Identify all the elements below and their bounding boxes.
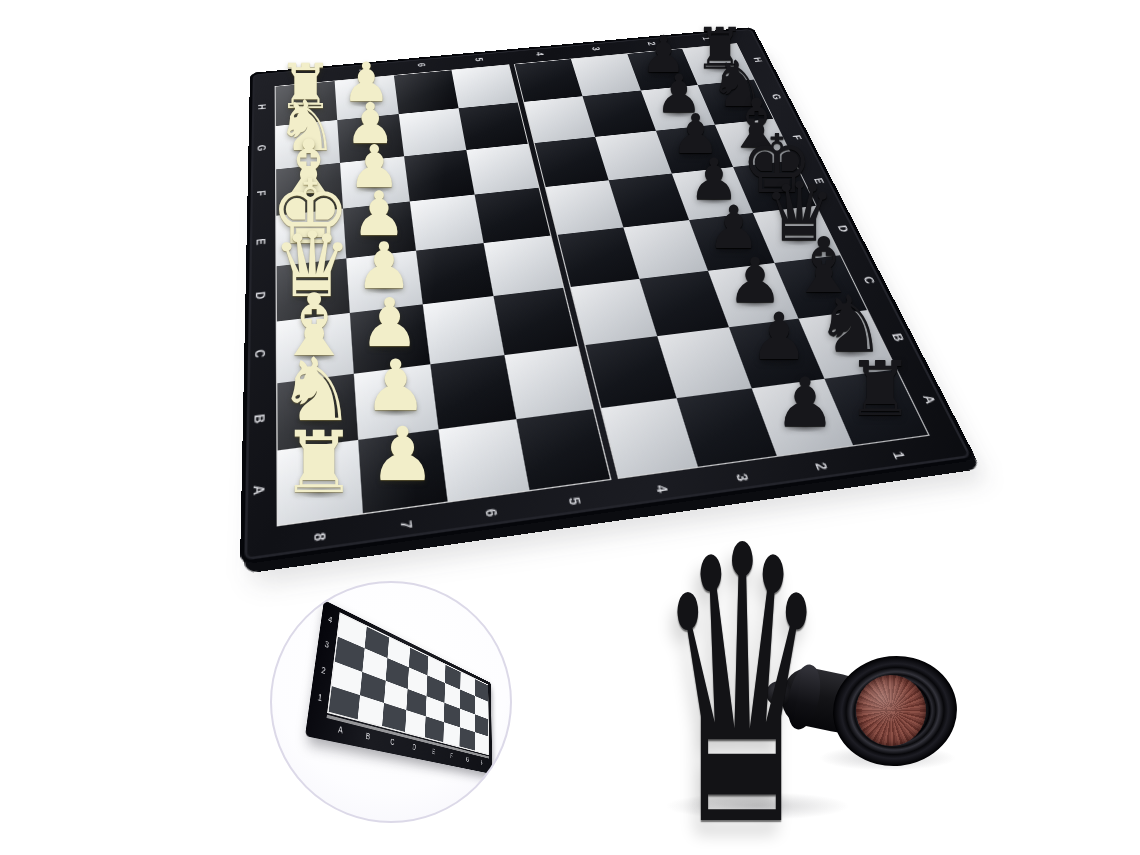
coord-right-G: G [770, 94, 784, 101]
square-E6 [409, 194, 483, 250]
folded-board-face [327, 612, 489, 755]
coord-top-8: 8 [299, 73, 310, 78]
inset-coord-bottom-E: E [432, 747, 435, 756]
square-G6 [398, 108, 466, 156]
square-F7 [340, 156, 409, 208]
coord-top-6: 6 [416, 62, 428, 67]
product-photo-stage: HHGGFFEEDDCCBBAA8877665544332211 ♜♟♟♜♞♟♟… [0, 0, 1140, 855]
inset-square [475, 732, 489, 754]
coord-top-1: 1 [700, 36, 712, 40]
coord-right-C: C [861, 276, 877, 285]
square-H6 [393, 70, 458, 114]
coord-bottom-1: 1 [890, 451, 908, 460]
black-pawn-lying-head [766, 681, 793, 706]
square-C5 [493, 288, 577, 355]
square-C6 [422, 296, 504, 364]
square-B7 [354, 364, 438, 440]
coord-left-H: H [256, 104, 268, 110]
black-pawn-base-disc [828, 650, 963, 772]
coord-bottom-4: 4 [654, 484, 672, 494]
square-A6 [438, 419, 529, 502]
square-H7 [335, 76, 398, 121]
square-G5 [458, 103, 527, 150]
coord-top-5: 5 [473, 57, 485, 62]
inset-coord-bottom-G: G [466, 755, 469, 763]
coord-bottom-3: 3 [734, 473, 752, 483]
coord-left-A: A [251, 484, 267, 496]
queen-ground-shadow [640, 788, 875, 824]
square-A7 [358, 429, 447, 513]
square-C8 [277, 313, 354, 383]
square-G7 [337, 114, 403, 162]
magnetic-felt-base [856, 675, 926, 746]
square-H5 [451, 65, 517, 108]
inset-square [443, 722, 460, 747]
inset-coord-bottom-F: F [450, 751, 453, 759]
coord-right-H: H [751, 57, 764, 63]
coord-left-G: G [256, 145, 268, 152]
inset-square [425, 716, 444, 742]
square-D5 [483, 236, 563, 297]
inset-coord-left-1: 1 [317, 691, 323, 702]
inset-coord-bottom-C: C [390, 737, 395, 747]
square-D6 [415, 243, 493, 305]
coord-bottom-5: 5 [566, 496, 583, 506]
inset-coord-bottom-H: H [481, 759, 483, 767]
inset-coord-left-4: 4 [328, 615, 333, 625]
black-queen-closeup: ♛ [656, 497, 827, 855]
coord-bottom-7: 7 [398, 520, 415, 530]
square-E8 [276, 208, 346, 266]
square-C7 [350, 305, 430, 374]
square-H8 [276, 81, 338, 126]
pawn-ground-shadow [800, 742, 975, 774]
square-A8 [278, 440, 364, 525]
square-B5 [504, 346, 593, 419]
coord-top-7: 7 [357, 68, 369, 73]
inset-coord-left-2: 2 [321, 665, 326, 676]
square-F8 [276, 162, 343, 215]
inset-coord-bottom-D: D [412, 742, 416, 751]
coord-bottom-2: 2 [812, 462, 830, 471]
square-F6 [404, 150, 475, 202]
square-B6 [430, 355, 516, 430]
coord-top-4: 4 [534, 52, 546, 57]
square-D8 [277, 258, 351, 321]
black-pawn-lying-body [777, 663, 879, 739]
coord-top-3: 3 [590, 46, 602, 51]
folded-board-inset-circle: ABCDEFGH4321 [270, 581, 512, 823]
coord-right-E: E [812, 178, 827, 185]
square-B8 [277, 373, 358, 450]
coord-bottom-8: 8 [312, 532, 329, 542]
coord-right-A: A [920, 394, 938, 404]
coord-top-2: 2 [646, 41, 658, 45]
inset-coord-bottom-A: A [338, 724, 344, 735]
coord-right-D: D [835, 225, 851, 233]
coord-left-C: C [253, 349, 268, 359]
inset-coord-left-3: 3 [324, 639, 329, 650]
coord-right-B: B [889, 332, 906, 342]
coord-left-F: F [255, 190, 268, 197]
square-G8 [276, 120, 340, 169]
square-E7 [343, 201, 415, 258]
coord-left-B: B [252, 413, 267, 424]
coord-left-D: D [254, 291, 268, 300]
coord-right-F: F [790, 134, 804, 140]
inset-coord-bottom-B: B [366, 731, 371, 741]
coord-left-E: E [254, 238, 267, 246]
black-pawn-lying-collar [782, 662, 825, 733]
inset-square [459, 727, 474, 750]
folded-board: ABCDEFGH4321 [305, 600, 492, 774]
coord-bottom-6: 6 [483, 508, 500, 518]
square-F5 [466, 143, 538, 194]
square-E5 [474, 188, 550, 244]
square-D7 [347, 251, 423, 313]
square-A5 [516, 409, 610, 490]
